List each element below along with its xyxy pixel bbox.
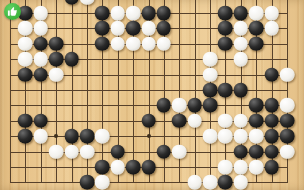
black-stone[interactable] <box>249 144 264 159</box>
white-stone[interactable] <box>64 144 79 159</box>
white-stone[interactable] <box>110 160 125 175</box>
star-point <box>54 134 58 138</box>
black-stone[interactable] <box>187 98 202 113</box>
white-stone[interactable] <box>203 52 218 67</box>
black-stone[interactable] <box>33 113 48 128</box>
white-stone[interactable] <box>218 160 233 175</box>
black-stone[interactable] <box>157 98 172 113</box>
star-point <box>147 134 151 138</box>
black-stone[interactable] <box>64 129 79 144</box>
black-stone[interactable] <box>126 160 141 175</box>
white-stone[interactable] <box>33 6 48 21</box>
black-stone[interactable] <box>49 36 64 51</box>
black-stone[interactable] <box>172 113 187 128</box>
black-stone[interactable] <box>95 21 110 36</box>
black-stone[interactable] <box>157 144 172 159</box>
white-stone[interactable] <box>172 98 187 113</box>
like-badge[interactable] <box>4 3 21 20</box>
black-stone[interactable] <box>234 83 249 98</box>
black-stone[interactable] <box>80 129 95 144</box>
white-stone[interactable] <box>218 129 233 144</box>
white-stone[interactable] <box>33 129 48 144</box>
black-stone[interactable] <box>264 129 279 144</box>
white-stone[interactable] <box>249 6 264 21</box>
white-stone[interactable] <box>172 144 187 159</box>
black-stone[interactable] <box>264 67 279 82</box>
white-stone[interactable] <box>18 36 33 51</box>
black-stone[interactable] <box>203 98 218 113</box>
white-stone[interactable] <box>80 0 95 5</box>
black-stone[interactable] <box>234 144 249 159</box>
black-stone[interactable] <box>18 129 33 144</box>
white-stone[interactable] <box>126 36 141 51</box>
white-stone[interactable] <box>95 175 110 190</box>
black-stone[interactable] <box>264 144 279 159</box>
black-stone[interactable] <box>141 160 156 175</box>
go-app-screenshot <box>0 0 304 190</box>
black-stone[interactable] <box>234 6 249 21</box>
white-stone[interactable] <box>249 160 264 175</box>
white-stone[interactable] <box>49 67 64 82</box>
white-stone[interactable] <box>18 21 33 36</box>
white-stone[interactable] <box>234 160 249 175</box>
black-stone[interactable] <box>280 129 295 144</box>
black-stone[interactable] <box>203 83 218 98</box>
black-stone[interactable] <box>141 113 156 128</box>
black-stone[interactable] <box>280 113 295 128</box>
white-stone[interactable] <box>141 36 156 51</box>
white-stone[interactable] <box>110 36 125 51</box>
white-stone[interactable] <box>234 36 249 51</box>
black-stone[interactable] <box>18 113 33 128</box>
white-stone[interactable] <box>280 144 295 159</box>
black-stone[interactable] <box>157 21 172 36</box>
black-stone[interactable] <box>18 67 33 82</box>
white-stone[interactable] <box>110 21 125 36</box>
black-stone[interactable] <box>218 83 233 98</box>
white-stone[interactable] <box>234 175 249 190</box>
black-stone[interactable] <box>80 175 95 190</box>
black-stone[interactable] <box>126 21 141 36</box>
black-stone[interactable] <box>264 113 279 128</box>
black-stone[interactable] <box>249 98 264 113</box>
white-stone[interactable] <box>49 144 64 159</box>
black-stone[interactable] <box>95 36 110 51</box>
black-stone[interactable] <box>249 21 264 36</box>
white-stone[interactable] <box>203 175 218 190</box>
white-stone[interactable] <box>218 113 233 128</box>
white-stone[interactable] <box>141 21 156 36</box>
white-stone[interactable] <box>157 36 172 51</box>
white-stone[interactable] <box>280 67 295 82</box>
black-stone[interactable] <box>157 6 172 21</box>
black-stone[interactable] <box>33 67 48 82</box>
white-stone[interactable] <box>234 113 249 128</box>
black-stone[interactable] <box>141 6 156 21</box>
black-stone[interactable] <box>264 160 279 175</box>
white-stone[interactable] <box>203 129 218 144</box>
white-stone[interactable] <box>234 129 249 144</box>
black-stone[interactable] <box>218 175 233 190</box>
black-stone[interactable] <box>110 144 125 159</box>
white-stone[interactable] <box>203 67 218 82</box>
white-stone[interactable] <box>80 144 95 159</box>
black-stone[interactable] <box>264 98 279 113</box>
white-stone[interactable] <box>264 21 279 36</box>
white-stone[interactable] <box>126 6 141 21</box>
white-stone[interactable] <box>234 21 249 36</box>
black-stone[interactable] <box>95 6 110 21</box>
white-stone[interactable] <box>234 52 249 67</box>
white-stone[interactable] <box>187 175 202 190</box>
white-stone[interactable] <box>95 129 110 144</box>
black-stone[interactable] <box>249 36 264 51</box>
black-stone[interactable] <box>33 36 48 51</box>
black-stone[interactable] <box>218 21 233 36</box>
white-stone[interactable] <box>33 52 48 67</box>
black-stone[interactable] <box>64 52 79 67</box>
white-stone[interactable] <box>264 6 279 21</box>
black-stone[interactable] <box>218 6 233 21</box>
white-stone[interactable] <box>18 52 33 67</box>
black-stone[interactable] <box>95 160 110 175</box>
thumbs-up-icon <box>7 6 18 17</box>
white-stone[interactable] <box>280 98 295 113</box>
white-stone[interactable] <box>187 113 202 128</box>
black-stone[interactable] <box>49 52 64 67</box>
black-stone[interactable] <box>64 0 79 5</box>
black-stone[interactable] <box>249 113 264 128</box>
board-gridline-horizontal <box>10 105 288 106</box>
white-stone[interactable] <box>110 6 125 21</box>
white-stone[interactable] <box>249 129 264 144</box>
white-stone[interactable] <box>33 21 48 36</box>
black-stone[interactable] <box>218 36 233 51</box>
